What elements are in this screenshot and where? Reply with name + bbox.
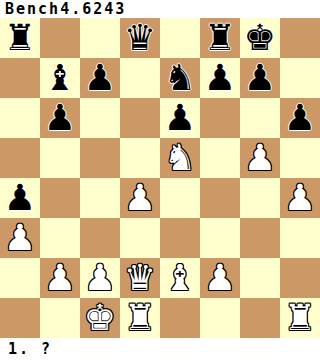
square-c6[interactable] bbox=[80, 98, 120, 138]
piece-black-pawn[interactable]: ♟ bbox=[204, 58, 236, 98]
square-b8[interactable] bbox=[40, 18, 80, 58]
square-a1[interactable] bbox=[0, 298, 40, 338]
square-h8[interactable] bbox=[280, 18, 320, 58]
square-g2[interactable] bbox=[240, 258, 280, 298]
piece-black-rook[interactable]: ♜ bbox=[4, 18, 36, 58]
square-e5[interactable]: ♞ bbox=[160, 138, 200, 178]
piece-white-rook[interactable]: ♜ bbox=[124, 298, 156, 338]
square-c5[interactable] bbox=[80, 138, 120, 178]
square-d6[interactable] bbox=[120, 98, 160, 138]
square-a8[interactable]: ♜ bbox=[0, 18, 40, 58]
square-h6[interactable]: ♟ bbox=[280, 98, 320, 138]
square-h1[interactable]: ♜ bbox=[280, 298, 320, 338]
square-h5[interactable] bbox=[280, 138, 320, 178]
piece-black-pawn[interactable]: ♟ bbox=[244, 58, 276, 98]
square-a5[interactable] bbox=[0, 138, 40, 178]
piece-white-knight[interactable]: ♞ bbox=[164, 138, 196, 178]
square-d2[interactable]: ♛ bbox=[120, 258, 160, 298]
square-g3[interactable] bbox=[240, 218, 280, 258]
piece-white-pawn[interactable]: ♟ bbox=[244, 138, 276, 178]
square-b5[interactable] bbox=[40, 138, 80, 178]
square-d7[interactable] bbox=[120, 58, 160, 98]
chess-diagram-window: Bench4.6243 ♜♛♜♚♝♟♞♟♟♟♟♟♞♟♟♟♟♟♟♟♛♝♟♚♜♜ 1… bbox=[0, 0, 320, 360]
square-e1[interactable] bbox=[160, 298, 200, 338]
square-e2[interactable]: ♝ bbox=[160, 258, 200, 298]
square-g5[interactable]: ♟ bbox=[240, 138, 280, 178]
square-g8[interactable]: ♚ bbox=[240, 18, 280, 58]
piece-black-pawn[interactable]: ♟ bbox=[284, 98, 316, 138]
square-g6[interactable] bbox=[240, 98, 280, 138]
piece-black-king[interactable]: ♚ bbox=[244, 18, 276, 58]
piece-white-pawn[interactable]: ♟ bbox=[44, 258, 76, 298]
square-b1[interactable] bbox=[40, 298, 80, 338]
square-b2[interactable]: ♟ bbox=[40, 258, 80, 298]
square-h3[interactable] bbox=[280, 218, 320, 258]
piece-black-queen[interactable]: ♛ bbox=[124, 18, 156, 58]
square-d4[interactable]: ♟ bbox=[120, 178, 160, 218]
square-f4[interactable] bbox=[200, 178, 240, 218]
square-h2[interactable] bbox=[280, 258, 320, 298]
square-f8[interactable]: ♜ bbox=[200, 18, 240, 58]
piece-black-rook[interactable]: ♜ bbox=[204, 18, 236, 58]
move-prompt: 1. ? bbox=[0, 338, 320, 360]
square-e8[interactable] bbox=[160, 18, 200, 58]
square-f2[interactable]: ♟ bbox=[200, 258, 240, 298]
piece-black-knight[interactable]: ♞ bbox=[164, 58, 196, 98]
chess-board: ♜♛♜♚♝♟♞♟♟♟♟♟♞♟♟♟♟♟♟♟♛♝♟♚♜♜ bbox=[0, 18, 320, 338]
piece-black-pawn[interactable]: ♟ bbox=[84, 58, 116, 98]
square-a2[interactable] bbox=[0, 258, 40, 298]
square-g7[interactable]: ♟ bbox=[240, 58, 280, 98]
square-a3[interactable]: ♟ bbox=[0, 218, 40, 258]
square-e3[interactable] bbox=[160, 218, 200, 258]
piece-white-pawn[interactable]: ♟ bbox=[284, 178, 316, 218]
square-b6[interactable]: ♟ bbox=[40, 98, 80, 138]
square-g1[interactable] bbox=[240, 298, 280, 338]
square-f7[interactable]: ♟ bbox=[200, 58, 240, 98]
piece-black-pawn[interactable]: ♟ bbox=[164, 98, 196, 138]
square-f3[interactable] bbox=[200, 218, 240, 258]
piece-white-pawn[interactable]: ♟ bbox=[4, 218, 36, 258]
square-c2[interactable]: ♟ bbox=[80, 258, 120, 298]
square-f6[interactable] bbox=[200, 98, 240, 138]
square-g4[interactable] bbox=[240, 178, 280, 218]
square-c7[interactable]: ♟ bbox=[80, 58, 120, 98]
square-c4[interactable] bbox=[80, 178, 120, 218]
square-d1[interactable]: ♜ bbox=[120, 298, 160, 338]
square-d5[interactable] bbox=[120, 138, 160, 178]
square-c3[interactable] bbox=[80, 218, 120, 258]
square-e4[interactable] bbox=[160, 178, 200, 218]
diagram-title: Bench4.6243 bbox=[0, 0, 320, 18]
piece-white-queen[interactable]: ♛ bbox=[124, 258, 156, 298]
square-b7[interactable]: ♝ bbox=[40, 58, 80, 98]
square-e6[interactable]: ♟ bbox=[160, 98, 200, 138]
square-a6[interactable] bbox=[0, 98, 40, 138]
piece-white-pawn[interactable]: ♟ bbox=[204, 258, 236, 298]
square-f5[interactable] bbox=[200, 138, 240, 178]
piece-black-pawn[interactable]: ♟ bbox=[4, 178, 36, 218]
square-c8[interactable] bbox=[80, 18, 120, 58]
piece-white-pawn[interactable]: ♟ bbox=[124, 178, 156, 218]
piece-black-pawn[interactable]: ♟ bbox=[44, 98, 76, 138]
square-c1[interactable]: ♚ bbox=[80, 298, 120, 338]
square-d8[interactable]: ♛ bbox=[120, 18, 160, 58]
square-f1[interactable] bbox=[200, 298, 240, 338]
square-e7[interactable]: ♞ bbox=[160, 58, 200, 98]
square-b3[interactable] bbox=[40, 218, 80, 258]
piece-white-pawn[interactable]: ♟ bbox=[84, 258, 116, 298]
piece-white-rook[interactable]: ♜ bbox=[284, 298, 316, 338]
square-d3[interactable] bbox=[120, 218, 160, 258]
piece-white-bishop[interactable]: ♝ bbox=[164, 258, 196, 298]
square-h7[interactable] bbox=[280, 58, 320, 98]
square-a4[interactable]: ♟ bbox=[0, 178, 40, 218]
square-h4[interactable]: ♟ bbox=[280, 178, 320, 218]
square-b4[interactable] bbox=[40, 178, 80, 218]
square-a7[interactable] bbox=[0, 58, 40, 98]
piece-black-bishop[interactable]: ♝ bbox=[44, 58, 76, 98]
piece-white-king[interactable]: ♚ bbox=[84, 298, 116, 338]
